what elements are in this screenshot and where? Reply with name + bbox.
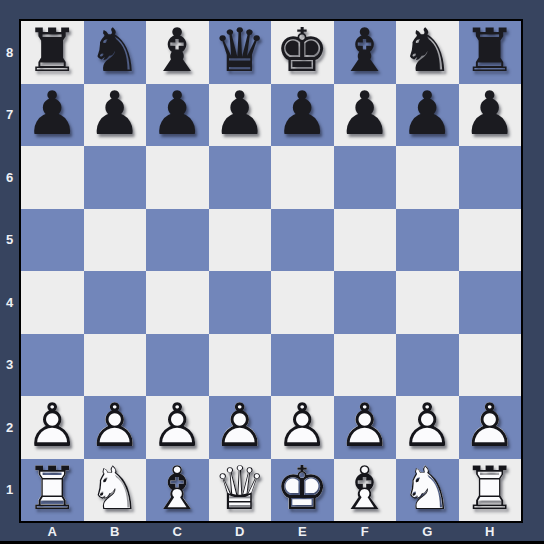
square-a1[interactable]: ♜♖ (21, 459, 84, 522)
piece-outline-glyph: ♖ (21, 459, 84, 522)
black-queen-d8[interactable]: ♛ (209, 21, 272, 84)
square-h4[interactable] (459, 271, 522, 334)
piece-outline-glyph: ♙ (84, 396, 147, 459)
white-pawn-b2[interactable]: ♟♙ (84, 396, 147, 459)
rank-label-1: 1 (0, 459, 19, 522)
square-e2[interactable]: ♟♙ (271, 396, 334, 459)
square-d6[interactable] (209, 146, 272, 209)
square-d8[interactable]: ♛ (209, 21, 272, 84)
rank-label-5: 5 (0, 209, 19, 272)
piece-fill-glyph: ♜ (459, 21, 522, 84)
piece-outline-glyph: ♗ (334, 459, 397, 522)
white-pawn-e2[interactable]: ♟♙ (271, 396, 334, 459)
black-pawn-f7[interactable]: ♟ (334, 84, 397, 147)
black-knight-b8[interactable]: ♞ (84, 21, 147, 84)
piece-fill-glyph: ♝ (334, 21, 397, 84)
square-b8[interactable]: ♞ (84, 21, 147, 84)
square-g6[interactable] (396, 146, 459, 209)
file-label-c: C (146, 523, 209, 540)
square-g8[interactable]: ♞ (396, 21, 459, 84)
square-c4[interactable] (146, 271, 209, 334)
rank-label-2: 2 (0, 396, 19, 459)
square-c2[interactable]: ♟♙ (146, 396, 209, 459)
rank-label-7: 7 (0, 84, 19, 147)
piece-fill-glyph: ♞ (84, 21, 147, 84)
piece-outline-glyph: ♙ (334, 396, 397, 459)
square-h1[interactable]: ♜♖ (459, 459, 522, 522)
piece-outline-glyph: ♙ (21, 396, 84, 459)
black-rook-a8[interactable]: ♜ (21, 21, 84, 84)
square-g4[interactable] (396, 271, 459, 334)
square-d2[interactable]: ♟♙ (209, 396, 272, 459)
piece-fill-glyph: ♚ (271, 21, 334, 84)
white-pawn-a2[interactable]: ♟♙ (21, 396, 84, 459)
black-pawn-c7[interactable]: ♟ (146, 84, 209, 147)
square-b6[interactable] (84, 146, 147, 209)
file-label-f: F (334, 523, 397, 540)
file-labels: ABCDEFGH (21, 523, 521, 540)
square-a8[interactable]: ♜ (21, 21, 84, 84)
square-a7[interactable]: ♟ (21, 84, 84, 147)
piece-fill-glyph: ♛ (209, 21, 272, 84)
black-knight-g8[interactable]: ♞ (396, 21, 459, 84)
piece-fill-glyph: ♝ (146, 21, 209, 84)
black-pawn-d7[interactable]: ♟ (209, 84, 272, 147)
square-g3[interactable] (396, 334, 459, 397)
piece-outline-glyph: ♕ (209, 459, 272, 522)
square-g7[interactable]: ♟ (396, 84, 459, 147)
square-e6[interactable] (271, 146, 334, 209)
square-h5[interactable] (459, 209, 522, 272)
square-f3[interactable] (334, 334, 397, 397)
file-label-g: G (396, 523, 459, 540)
piece-fill-glyph: ♞ (396, 21, 459, 84)
square-h7[interactable]: ♟ (459, 84, 522, 147)
piece-outline-glyph: ♘ (84, 459, 147, 522)
black-pawn-a7[interactable]: ♟ (21, 84, 84, 147)
square-d4[interactable] (209, 271, 272, 334)
square-e5[interactable] (271, 209, 334, 272)
piece-outline-glyph: ♔ (271, 459, 334, 522)
square-b4[interactable] (84, 271, 147, 334)
file-label-a: A (21, 523, 84, 540)
white-pawn-c2[interactable]: ♟♙ (146, 396, 209, 459)
file-label-h: H (459, 523, 522, 540)
square-b2[interactable]: ♟♙ (84, 396, 147, 459)
square-h6[interactable] (459, 146, 522, 209)
piece-outline-glyph: ♗ (146, 459, 209, 522)
white-pawn-d2[interactable]: ♟♙ (209, 396, 272, 459)
square-e3[interactable] (271, 334, 334, 397)
piece-outline-glyph: ♘ (396, 459, 459, 522)
piece-fill-glyph: ♟ (396, 84, 459, 147)
file-label-d: D (209, 523, 272, 540)
black-rook-h8[interactable]: ♜ (459, 21, 522, 84)
square-g5[interactable] (396, 209, 459, 272)
square-b1[interactable]: ♞♘ (84, 459, 147, 522)
black-pawn-h7[interactable]: ♟ (459, 84, 522, 147)
chess-board-frame: 87654321 ABCDEFGH ♜♞♝♛♚♝♞♜♟♟♟♟♟♟♟♟♟♙♟♙♟♙… (0, 0, 544, 544)
rank-label-6: 6 (0, 146, 19, 209)
white-king-e1[interactable]: ♚♔ (271, 459, 334, 522)
black-pawn-e7[interactable]: ♟ (271, 84, 334, 147)
white-rook-h1[interactable]: ♜♖ (459, 459, 522, 522)
white-pawn-g2[interactable]: ♟♙ (396, 396, 459, 459)
square-a5[interactable] (21, 209, 84, 272)
white-rook-a1[interactable]: ♜♖ (21, 459, 84, 522)
black-pawn-g7[interactable]: ♟ (396, 84, 459, 147)
piece-outline-glyph: ♙ (146, 396, 209, 459)
piece-fill-glyph: ♟ (209, 84, 272, 147)
square-h2[interactable]: ♟♙ (459, 396, 522, 459)
square-c1[interactable]: ♝♗ (146, 459, 209, 522)
white-queen-d1[interactable]: ♛♕ (209, 459, 272, 522)
square-c5[interactable] (146, 209, 209, 272)
square-e4[interactable] (271, 271, 334, 334)
file-label-b: B (84, 523, 147, 540)
rank-label-3: 3 (0, 334, 19, 397)
square-h8[interactable]: ♜ (459, 21, 522, 84)
square-c6[interactable] (146, 146, 209, 209)
piece-outline-glyph: ♙ (271, 396, 334, 459)
square-h3[interactable] (459, 334, 522, 397)
white-knight-g1[interactable]: ♞♘ (396, 459, 459, 522)
piece-fill-glyph: ♟ (146, 84, 209, 147)
square-f8[interactable]: ♝ (334, 21, 397, 84)
square-e8[interactable]: ♚ (271, 21, 334, 84)
piece-fill-glyph: ♟ (459, 84, 522, 147)
square-f6[interactable] (334, 146, 397, 209)
square-f5[interactable] (334, 209, 397, 272)
black-bishop-f8[interactable]: ♝ (334, 21, 397, 84)
square-b3[interactable] (84, 334, 147, 397)
square-a4[interactable] (21, 271, 84, 334)
black-bishop-c8[interactable]: ♝ (146, 21, 209, 84)
square-f4[interactable] (334, 271, 397, 334)
white-knight-b1[interactable]: ♞♘ (84, 459, 147, 522)
piece-fill-glyph: ♟ (334, 84, 397, 147)
square-d1[interactable]: ♛♕ (209, 459, 272, 522)
white-pawn-f2[interactable]: ♟♙ (334, 396, 397, 459)
square-f2[interactable]: ♟♙ (334, 396, 397, 459)
file-label-e: E (271, 523, 334, 540)
square-g1[interactable]: ♞♘ (396, 459, 459, 522)
white-bishop-c1[interactable]: ♝♗ (146, 459, 209, 522)
square-a3[interactable] (21, 334, 84, 397)
piece-outline-glyph: ♙ (209, 396, 272, 459)
square-a2[interactable]: ♟♙ (21, 396, 84, 459)
square-b7[interactable]: ♟ (84, 84, 147, 147)
chess-board: ♜♞♝♛♚♝♞♜♟♟♟♟♟♟♟♟♟♙♟♙♟♙♟♙♟♙♟♙♟♙♟♙♜♖♞♘♝♗♛♕… (19, 19, 523, 523)
piece-fill-glyph: ♜ (21, 21, 84, 84)
square-e1[interactable]: ♚♔ (271, 459, 334, 522)
square-e7[interactable]: ♟ (271, 84, 334, 147)
square-a6[interactable] (21, 146, 84, 209)
square-f1[interactable]: ♝♗ (334, 459, 397, 522)
rank-label-8: 8 (0, 21, 19, 84)
piece-outline-glyph: ♖ (459, 459, 522, 522)
black-pawn-b7[interactable]: ♟ (84, 84, 147, 147)
square-d7[interactable]: ♟ (209, 84, 272, 147)
square-d5[interactable] (209, 209, 272, 272)
piece-fill-glyph: ♟ (21, 84, 84, 147)
square-f7[interactable]: ♟ (334, 84, 397, 147)
square-c8[interactable]: ♝ (146, 21, 209, 84)
piece-outline-glyph: ♙ (459, 396, 522, 459)
square-b5[interactable] (84, 209, 147, 272)
rank-label-4: 4 (0, 271, 19, 334)
square-c7[interactable]: ♟ (146, 84, 209, 147)
square-c3[interactable] (146, 334, 209, 397)
black-king-e8[interactable]: ♚ (271, 21, 334, 84)
white-bishop-f1[interactable]: ♝♗ (334, 459, 397, 522)
white-pawn-h2[interactable]: ♟♙ (459, 396, 522, 459)
piece-fill-glyph: ♟ (271, 84, 334, 147)
piece-fill-glyph: ♟ (84, 84, 147, 147)
piece-outline-glyph: ♙ (396, 396, 459, 459)
rank-labels: 87654321 (0, 21, 19, 521)
square-g2[interactable]: ♟♙ (396, 396, 459, 459)
square-d3[interactable] (209, 334, 272, 397)
